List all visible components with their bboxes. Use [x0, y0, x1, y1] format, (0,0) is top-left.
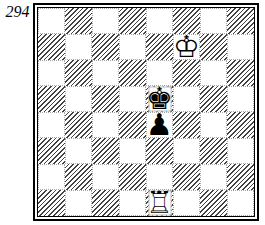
square-f2[interactable]: [173, 164, 200, 190]
square-b5[interactable]: [65, 86, 92, 112]
square-a6[interactable]: [38, 60, 65, 86]
square-b4[interactable]: [65, 112, 92, 138]
square-a3[interactable]: [38, 138, 65, 164]
square-b6[interactable]: [65, 60, 92, 86]
square-b3[interactable]: [65, 138, 92, 164]
chess-board: ♔♚♟♖: [33, 3, 259, 221]
square-b1[interactable]: [65, 190, 92, 216]
square-c7[interactable]: [92, 34, 119, 60]
square-h5[interactable]: [227, 86, 254, 112]
square-g3[interactable]: [200, 138, 227, 164]
square-g7[interactable]: [200, 34, 227, 60]
square-h8[interactable]: [227, 8, 254, 34]
square-c4[interactable]: [92, 112, 119, 138]
white-rook-piece[interactable]: ♖: [146, 190, 173, 216]
square-h2[interactable]: [227, 164, 254, 190]
square-d2[interactable]: [119, 164, 146, 190]
white-king-piece[interactable]: ♔: [173, 34, 200, 60]
square-b8[interactable]: [65, 8, 92, 34]
square-a5[interactable]: [38, 86, 65, 112]
square-d1[interactable]: [119, 190, 146, 216]
square-c1[interactable]: [92, 190, 119, 216]
square-f5[interactable]: [173, 86, 200, 112]
square-h6[interactable]: [227, 60, 254, 86]
square-b7[interactable]: [65, 34, 92, 60]
square-d3[interactable]: [119, 138, 146, 164]
square-g8[interactable]: [200, 8, 227, 34]
square-h1[interactable]: [227, 190, 254, 216]
square-c6[interactable]: [92, 60, 119, 86]
square-f3[interactable]: [173, 138, 200, 164]
square-e8[interactable]: [146, 8, 173, 34]
square-e7[interactable]: [146, 34, 173, 60]
square-h7[interactable]: [227, 34, 254, 60]
square-e1[interactable]: ♖: [146, 190, 173, 216]
square-d7[interactable]: [119, 34, 146, 60]
square-g1[interactable]: [200, 190, 227, 216]
square-c5[interactable]: [92, 86, 119, 112]
square-d8[interactable]: [119, 8, 146, 34]
square-f4[interactable]: [173, 112, 200, 138]
square-h3[interactable]: [227, 138, 254, 164]
square-d5[interactable]: [119, 86, 146, 112]
board-inner-border: ♔♚♟♖: [37, 7, 255, 217]
diagram-number: 294: [2, 3, 33, 21]
square-c3[interactable]: [92, 138, 119, 164]
square-a7[interactable]: [38, 34, 65, 60]
square-a2[interactable]: [38, 164, 65, 190]
square-b2[interactable]: [65, 164, 92, 190]
square-c8[interactable]: [92, 8, 119, 34]
square-g6[interactable]: [200, 60, 227, 86]
black-pawn-piece[interactable]: ♟: [146, 112, 173, 138]
square-g2[interactable]: [200, 164, 227, 190]
square-a8[interactable]: [38, 8, 65, 34]
square-f1[interactable]: [173, 190, 200, 216]
square-d4[interactable]: [119, 112, 146, 138]
board-grid: ♔♚♟♖: [38, 8, 254, 216]
square-a4[interactable]: [38, 112, 65, 138]
square-h4[interactable]: [227, 112, 254, 138]
square-c2[interactable]: [92, 164, 119, 190]
square-e4[interactable]: ♟: [146, 112, 173, 138]
square-g4[interactable]: [200, 112, 227, 138]
square-f7[interactable]: ♔: [173, 34, 200, 60]
square-d6[interactable]: [119, 60, 146, 86]
square-a1[interactable]: [38, 190, 65, 216]
square-g5[interactable]: [200, 86, 227, 112]
